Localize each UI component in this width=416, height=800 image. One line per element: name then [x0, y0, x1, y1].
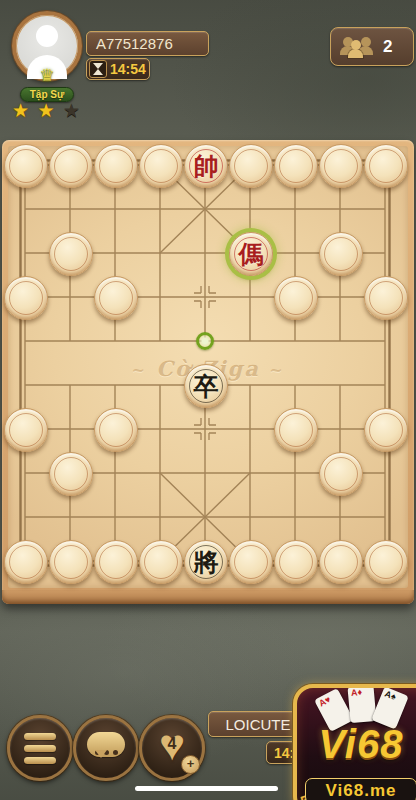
spectators-panel[interactable]: 2 [330, 27, 414, 66]
piece-hidden-disc[interactable] [49, 540, 93, 584]
heart-gift-button[interactable]: ♥ 4 + [139, 715, 205, 781]
legal-move-dot[interactable] [196, 332, 214, 350]
piece-hidden-disc[interactable] [229, 540, 273, 584]
ad-brand-text: Vi68 [297, 722, 416, 767]
chat-bubble-icon [87, 732, 125, 757]
piece-hidden-disc[interactable] [4, 276, 48, 320]
piece-hidden-disc[interactable] [274, 540, 318, 584]
piece-卒[interactable]: 卒 [184, 364, 228, 408]
people-icon [339, 33, 375, 60]
piece-glyph: 傌 [239, 242, 264, 267]
piece-hidden-disc[interactable] [94, 408, 138, 452]
piece-hidden-disc[interactable] [139, 540, 183, 584]
piece-hidden-disc[interactable] [94, 276, 138, 320]
star-icon: ★ [37, 100, 56, 121]
piece-hidden-disc[interactable] [4, 408, 48, 452]
player-rank-badge: ♛ Tập Sự [6, 68, 88, 102]
piece-hidden-disc[interactable] [319, 452, 363, 496]
star-icon: ★ [12, 100, 31, 121]
piece-hidden-disc[interactable] [94, 144, 138, 188]
piece-hidden-disc[interactable] [319, 144, 363, 188]
piece-hidden-disc[interactable] [94, 540, 138, 584]
rank-label: Tập Sự [20, 87, 74, 102]
player-name-plate: A77512876 [86, 31, 209, 56]
hourglass-icon [89, 60, 107, 78]
piece-hidden-disc[interactable] [49, 452, 93, 496]
piece-glyph: 帥 [194, 154, 219, 179]
piece-hidden-disc[interactable] [139, 144, 183, 188]
piece-傌[interactable]: 傌 [229, 232, 273, 276]
menu-icon [10, 718, 70, 764]
piece-hidden-disc[interactable] [229, 144, 273, 188]
piece-glyph: 卒 [194, 374, 219, 399]
piece-hidden-disc[interactable] [364, 276, 408, 320]
piece-將[interactable]: 將 [184, 540, 228, 584]
spectator-count: 2 [383, 37, 392, 57]
vi68-ad-logo[interactable]: A♥ A♦ A♠ Vi68 ⚄ ⚄ Vi68.me [293, 684, 416, 800]
xiangqi-board[interactable]: ~ Cờ Ziga ~ 帥傌卒將 [2, 140, 414, 604]
plus-badge: + [181, 755, 200, 774]
home-indicator[interactable] [135, 786, 278, 791]
heart-count: 4 [168, 735, 177, 753]
piece-hidden-disc[interactable] [319, 540, 363, 584]
chat-button[interactable] [73, 715, 139, 781]
rank-stars: ★ ★ ★ [6, 99, 88, 122]
player-timer-plate: 14:54 [86, 58, 150, 80]
star-icon: ★ [63, 100, 82, 121]
piece-hidden-disc[interactable] [274, 144, 318, 188]
piece-帥[interactable]: 帥 [184, 144, 228, 188]
piece-glyph: 將 [194, 550, 219, 575]
player-timer: 14:54 [110, 61, 146, 77]
opponent-name: LOICUTE [225, 716, 290, 733]
piece-hidden-disc[interactable] [364, 144, 408, 188]
avatar-silhouette-head-icon [36, 25, 58, 47]
piece-hidden-disc[interactable] [49, 144, 93, 188]
ad-domain-text: Vi68.me [305, 778, 416, 800]
piece-hidden-disc[interactable] [274, 276, 318, 320]
piece-hidden-disc[interactable] [274, 408, 318, 452]
piece-hidden-disc[interactable] [364, 540, 408, 584]
piece-hidden-disc[interactable] [319, 232, 363, 276]
player-name: A77512876 [96, 35, 173, 52]
piece-hidden-disc[interactable] [4, 144, 48, 188]
piece-hidden-disc[interactable] [4, 540, 48, 584]
piece-hidden-disc[interactable] [49, 232, 93, 276]
crown-icon: ♛ [6, 68, 88, 84]
piece-hidden-disc[interactable] [364, 408, 408, 452]
menu-button[interactable] [7, 715, 73, 781]
